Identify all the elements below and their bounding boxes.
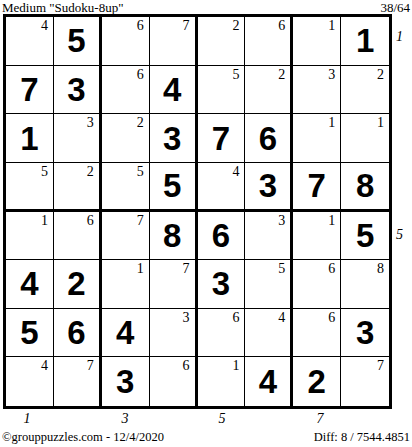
cell-r1c8[interactable]: 1 (341, 17, 389, 66)
corner-mark: 2 (87, 165, 94, 179)
corner-mark: 5 (41, 165, 48, 179)
corner-mark: 3 (87, 116, 94, 130)
corner-mark: 3 (183, 311, 190, 325)
cell-r8c4[interactable]: 6 (150, 357, 198, 406)
cell-r5c7[interactable]: 1 (293, 212, 341, 261)
col-label-3: 3 (122, 411, 129, 427)
cell-r4c5[interactable]: 4 (198, 163, 246, 212)
cell-r6c5[interactable]: 3 (198, 260, 246, 309)
given-digit: 4 (20, 267, 38, 300)
cell-r6c3[interactable]: 1 (102, 260, 150, 309)
cell-r5c8[interactable]: 5 (341, 212, 389, 261)
corner-mark: 1 (232, 359, 239, 373)
cell-r8c8[interactable]: 7 (341, 357, 389, 406)
col-label-7: 7 (317, 411, 324, 427)
given-digit: 3 (116, 365, 134, 398)
corner-mark: 1 (328, 214, 335, 228)
corner-mark: 4 (232, 165, 239, 179)
cell-r7c6[interactable]: 4 (245, 309, 293, 358)
cell-r2c6[interactable]: 2 (245, 66, 293, 115)
given-digit: 1 (20, 122, 38, 155)
row-label-5: 5 (396, 227, 412, 243)
cell-r7c8[interactable]: 3 (341, 309, 389, 358)
cell-r8c6[interactable]: 4 (245, 357, 293, 406)
cell-r1c3[interactable]: 6 (102, 17, 150, 66)
given-digit: 1 (356, 24, 374, 57)
corner-mark: 5 (137, 165, 144, 179)
given-digit: 6 (212, 219, 230, 252)
cell-r1c1[interactable]: 4 (6, 17, 54, 66)
cell-r2c4[interactable]: 4 (150, 66, 198, 115)
cell-r6c4[interactable]: 7 (150, 260, 198, 309)
cell-r1c7[interactable]: 1 (293, 17, 341, 66)
cell-r8c3[interactable]: 3 (102, 357, 150, 406)
cell-r7c3[interactable]: 4 (102, 309, 150, 358)
cell-r2c7[interactable]: 3 (293, 66, 341, 115)
cell-r8c1[interactable]: 4 (6, 357, 54, 406)
corner-mark: 1 (137, 262, 144, 276)
cell-r7c2[interactable]: 6 (54, 309, 102, 358)
cell-r3c2[interactable]: 3 (54, 114, 102, 163)
corner-mark: 1 (377, 116, 384, 130)
cell-r5c6[interactable]: 3 (245, 212, 293, 261)
cell-r1c4[interactable]: 7 (150, 17, 198, 66)
given-digit: 8 (356, 169, 374, 202)
cell-r6c1[interactable]: 4 (6, 260, 54, 309)
corner-mark: 7 (183, 19, 190, 33)
given-digit: 5 (20, 316, 38, 349)
corner-mark: 2 (278, 68, 285, 82)
cell-r4c4[interactable]: 5 (150, 163, 198, 212)
corner-mark: 1 (328, 116, 335, 130)
corner-mark: 3 (328, 68, 335, 82)
cell-r5c2[interactable]: 6 (54, 212, 102, 261)
corner-mark: 7 (137, 214, 144, 228)
cell-r7c7[interactable]: 6 (293, 309, 341, 358)
cell-r6c8[interactable]: 8 (341, 260, 389, 309)
cell-r6c6[interactable]: 5 (245, 260, 293, 309)
given-digit: 7 (308, 169, 326, 202)
corner-mark: 3 (278, 214, 285, 228)
cell-r3c5[interactable]: 7 (198, 114, 246, 163)
copyright-text: ©grouppuzzles.com - 12/4/2020 (2, 430, 164, 445)
given-digit: 3 (259, 169, 277, 202)
corner-mark: 6 (328, 262, 335, 276)
cell-r3c7[interactable]: 1 (293, 114, 341, 163)
cell-r1c2[interactable]: 5 (54, 17, 102, 66)
cell-r4c2[interactable]: 2 (54, 163, 102, 212)
cell-r1c6[interactable]: 6 (245, 17, 293, 66)
cell-r3c1[interactable]: 1 (6, 114, 54, 163)
given-digit: 7 (20, 73, 38, 106)
corner-mark: 4 (278, 311, 285, 325)
cell-r3c6[interactable]: 6 (245, 114, 293, 163)
given-digit: 3 (356, 316, 374, 349)
col-label-1: 1 (24, 411, 31, 427)
cell-r4c7[interactable]: 7 (293, 163, 341, 212)
corner-mark: 6 (183, 359, 190, 373)
corner-mark: 7 (87, 359, 94, 373)
corner-mark: 1 (41, 214, 48, 228)
given-digit: 4 (116, 316, 134, 349)
cell-r3c3[interactable]: 2 (102, 114, 150, 163)
corner-mark: 7 (377, 359, 384, 373)
given-digit: 6 (259, 122, 277, 155)
cell-r8c2[interactable]: 7 (54, 357, 102, 406)
corner-mark: 6 (232, 311, 239, 325)
given-digit: 5 (356, 219, 374, 252)
corner-mark: 8 (377, 262, 384, 276)
given-digit: 5 (67, 24, 85, 57)
given-digit: 4 (259, 365, 277, 398)
given-digit: 3 (212, 267, 230, 300)
cell-r5c4[interactable]: 8 (150, 212, 198, 261)
cell-r2c3[interactable]: 6 (102, 66, 150, 115)
given-digit: 5 (163, 169, 181, 202)
cell-r3c8[interactable]: 1 (341, 114, 389, 163)
cell-r6c7[interactable]: 6 (293, 260, 341, 309)
given-digit: 6 (67, 316, 85, 349)
given-digit: 2 (308, 365, 326, 398)
corner-mark: 2 (377, 68, 384, 82)
cell-r7c1[interactable]: 5 (6, 309, 54, 358)
corner-mark: 7 (183, 262, 190, 276)
sudoku-grid: 4567261173645232132376115255437816786315… (3, 14, 392, 409)
cell-r5c5[interactable]: 6 (198, 212, 246, 261)
corner-mark: 5 (278, 262, 285, 276)
cell-r4c1[interactable]: 5 (6, 163, 54, 212)
corner-mark: 6 (278, 19, 285, 33)
cell-r4c8[interactable]: 8 (341, 163, 389, 212)
given-digit: 7 (212, 122, 230, 155)
puzzle-page: Medium "Sudoku-8up" 38/64 45672611736452… (0, 0, 412, 447)
given-digit: 2 (67, 267, 85, 300)
cell-r6c2[interactable]: 2 (54, 260, 102, 309)
difficulty-text: Diff: 8 / 7544.4851 (314, 430, 410, 445)
corner-mark: 4 (41, 19, 48, 33)
cell-r7c4[interactable]: 3 (150, 309, 198, 358)
cell-r3c4[interactable]: 3 (150, 114, 198, 163)
cell-r8c5[interactable]: 1 (198, 357, 246, 406)
corner-mark: 6 (87, 214, 94, 228)
cell-r8c7[interactable]: 2 (293, 357, 341, 406)
cell-r2c2[interactable]: 3 (54, 66, 102, 115)
cell-r7c5[interactable]: 6 (198, 309, 246, 358)
cell-r2c8[interactable]: 2 (341, 66, 389, 115)
corner-mark: 2 (137, 116, 144, 130)
corner-mark: 2 (232, 19, 239, 33)
row-label-1: 1 (396, 29, 412, 45)
given-digit: 3 (67, 73, 85, 106)
corner-mark: 6 (137, 68, 144, 82)
given-digit: 3 (163, 122, 181, 155)
cell-r1c5[interactable]: 2 (198, 17, 246, 66)
corner-mark: 1 (328, 19, 335, 33)
corner-mark: 6 (328, 311, 335, 325)
given-digit: 4 (163, 73, 181, 106)
corner-mark: 4 (41, 359, 48, 373)
cell-r4c3[interactable]: 5 (102, 163, 150, 212)
cell-r2c5[interactable]: 5 (198, 66, 246, 115)
cell-r4c6[interactable]: 3 (245, 163, 293, 212)
corner-mark: 6 (137, 19, 144, 33)
corner-mark: 5 (232, 68, 239, 82)
cell-r5c3[interactable]: 7 (102, 212, 150, 261)
cell-r5c1[interactable]: 1 (6, 212, 54, 261)
cell-r2c1[interactable]: 7 (6, 66, 54, 115)
col-label-5: 5 (219, 411, 226, 427)
given-digit: 8 (163, 219, 181, 252)
